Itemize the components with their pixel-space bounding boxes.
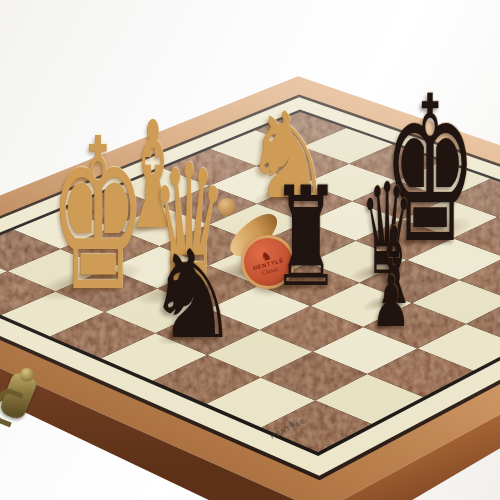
- black-rook-glyph: ♜: [271, 169, 340, 307]
- black-knight: ♞: [138, 234, 247, 356]
- pieces-layer: ♚♝♛♞♞HENTYLEClassic♞♜♚♛♝♟: [0, 0, 500, 500]
- scene-chess-case-photo: HENTYLE♞ ♚♝♛♞♞HENTYLEClassic♞♜♚♛♝♟: [0, 0, 500, 500]
- black-pawn: ♟: [359, 266, 423, 337]
- black-knight-glyph: ♞: [147, 234, 240, 356]
- black-pawn-glyph: ♟: [371, 266, 410, 337]
